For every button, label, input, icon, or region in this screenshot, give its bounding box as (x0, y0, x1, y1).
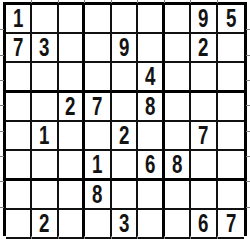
tick-mark (137, 0, 138, 3)
cell-r3c8[interactable] (191, 63, 217, 93)
cell-r2c5: 9 (112, 34, 138, 63)
cell-r7c7[interactable] (165, 181, 191, 210)
sudoku-grid: 1957392427812716882367971 (3, 2, 247, 236)
tick-mark (0, 105, 4, 106)
tick-mark (111, 236, 112, 239)
cell-r3c4[interactable] (85, 63, 111, 93)
cell-r8c1[interactable] (6, 210, 32, 239)
cell-r6c4: 1 (85, 151, 111, 181)
given-digit: 8 (172, 151, 182, 178)
cell-r5c8: 7 (191, 122, 217, 151)
tick-mark (246, 181, 250, 182)
cell-r7c1[interactable] (6, 181, 32, 210)
given-digit: 7 (198, 122, 208, 149)
cell-r8c2: 2 (32, 210, 58, 239)
cell-r1c7[interactable] (165, 5, 191, 34)
cell-r4c8[interactable] (191, 93, 217, 122)
given-digit: 8 (92, 181, 102, 208)
cell-r5c3[interactable] (59, 122, 85, 151)
tick-mark (190, 0, 191, 3)
given-digit: 9 (198, 5, 208, 32)
tick-mark (164, 0, 165, 3)
given-digit: 1 (92, 151, 102, 178)
tick-mark (246, 55, 250, 56)
cell-r2c9[interactable] (218, 34, 244, 63)
tick-mark (0, 207, 4, 208)
cell-r4c3: 2 (59, 93, 85, 122)
cell-r7c8[interactable] (191, 181, 217, 210)
cell-r4c5[interactable] (112, 93, 138, 122)
cell-r5c5: 2 (112, 122, 138, 151)
given-digit: 2 (198, 34, 208, 61)
cell-r6c8[interactable] (191, 151, 217, 181)
cell-r3c3[interactable] (59, 63, 85, 93)
cell-r4c1[interactable] (6, 93, 32, 122)
cell-r1c3[interactable] (59, 5, 85, 34)
cell-r7c3[interactable] (59, 181, 85, 210)
given-digit: 2 (39, 210, 49, 237)
cell-r7c2[interactable] (32, 181, 58, 210)
tick-mark (190, 236, 191, 239)
tick-mark (31, 236, 32, 239)
tick-mark (164, 236, 165, 239)
given-digit: 2 (119, 122, 129, 149)
cell-r5c6[interactable] (138, 122, 164, 151)
cell-r1c5[interactable] (112, 5, 138, 34)
tick-mark (0, 29, 4, 30)
cell-r4c9[interactable] (218, 93, 244, 122)
tick-mark (246, 80, 250, 81)
cell-r6c7: 8 (165, 151, 191, 181)
given-digit: 3 (39, 34, 49, 61)
cell-r5c2: 1 (32, 122, 58, 151)
tick-mark (111, 0, 112, 3)
tick-mark (246, 131, 250, 132)
given-digit: 1 (39, 122, 49, 149)
cell-r8c7[interactable] (165, 210, 191, 239)
cell-r6c5[interactable] (112, 151, 138, 181)
tick-mark (58, 0, 59, 3)
cell-r5c7[interactable] (165, 122, 191, 151)
cell-r1c4[interactable] (85, 5, 111, 34)
tick-mark (246, 29, 250, 30)
cell-r5c9[interactable] (218, 122, 244, 151)
given-digit: 6 (145, 151, 155, 178)
cell-r2c7[interactable] (165, 34, 191, 63)
cell-r8c9: 7 (218, 210, 244, 239)
given-digit: 6 (198, 210, 208, 237)
cell-r8c5: 3 (112, 210, 138, 239)
given-digit: 4 (145, 63, 155, 90)
tick-mark (0, 131, 4, 132)
cell-r2c3[interactable] (59, 34, 85, 63)
given-digit: 7 (92, 93, 102, 120)
given-digit: 7 (226, 210, 236, 237)
cell-r4c2[interactable] (32, 93, 58, 122)
tick-mark (217, 236, 218, 239)
cell-r2c4[interactable] (85, 34, 111, 63)
cell-r3c2[interactable] (32, 63, 58, 93)
cell-r3c7[interactable] (165, 63, 191, 93)
tick-mark (246, 207, 250, 208)
cell-r6c1[interactable] (6, 151, 32, 181)
given-digit: 3 (119, 210, 129, 237)
tick-mark (217, 0, 218, 3)
tick-mark (0, 80, 4, 81)
given-digit: 9 (119, 34, 129, 61)
cell-r8c3[interactable] (59, 210, 85, 239)
cell-r5c1[interactable] (6, 122, 32, 151)
cell-r1c2[interactable] (32, 5, 58, 34)
cell-r4c7[interactable] (165, 93, 191, 122)
cell-r2c8: 2 (191, 34, 217, 63)
cell-r4c6: 8 (138, 93, 164, 122)
tick-mark (58, 236, 59, 239)
cell-r4c4: 7 (85, 93, 111, 122)
cell-r7c4: 8 (85, 181, 111, 210)
cell-r3c5[interactable] (112, 63, 138, 93)
tick-mark (84, 0, 85, 3)
cell-r2c6[interactable] (138, 34, 164, 63)
given-digit: 8 (145, 93, 155, 120)
cell-r2c2: 3 (32, 34, 58, 63)
cell-r2c1: 7 (6, 34, 32, 63)
cell-r8c4[interactable] (85, 210, 111, 239)
cell-r3c9[interactable] (218, 63, 244, 93)
tick-mark (246, 105, 250, 106)
cell-r6c3[interactable] (59, 151, 85, 181)
cell-r5c4[interactable] (85, 122, 111, 151)
tick-mark (31, 0, 32, 3)
given-digit: 1 (13, 5, 23, 32)
cell-r1c9: 5 (218, 5, 244, 34)
given-digit: 7 (13, 34, 23, 61)
sudoku-page: 1957392427812716882367971 (0, 0, 250, 239)
cell-r7c6[interactable] (138, 181, 164, 210)
tick-mark (0, 181, 4, 182)
cell-r7c5[interactable] (112, 181, 138, 210)
tick-mark (0, 55, 4, 56)
cell-r6c9[interactable] (218, 151, 244, 181)
cell-r6c6: 6 (138, 151, 164, 181)
tick-mark (246, 156, 250, 157)
cell-r7c9[interactable] (218, 181, 244, 210)
tick-mark (0, 156, 4, 157)
cell-r3c1[interactable] (6, 63, 32, 93)
tick-mark (84, 236, 85, 239)
cell-r1c8: 9 (191, 5, 217, 34)
cell-r1c1: 1 (6, 5, 32, 34)
cell-r1c6[interactable] (138, 5, 164, 34)
given-digit: 5 (226, 5, 236, 32)
cell-r3c6: 4 (138, 63, 164, 93)
cell-r6c2[interactable] (32, 151, 58, 181)
cell-r8c8: 6 (191, 210, 217, 239)
given-digit: 2 (65, 93, 75, 120)
cell-r8c6[interactable] (138, 210, 164, 239)
tick-mark (137, 236, 138, 239)
